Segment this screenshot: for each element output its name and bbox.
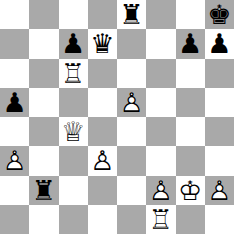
square-b5[interactable] [29, 88, 58, 117]
square-h3[interactable] [205, 146, 234, 175]
chess-board: ♜♚♟♛♟♟♜♖♟♟♙♛♕♟♙♟♙♜♟♙♚♔♟♙♜♖ [0, 0, 234, 234]
square-g1[interactable] [176, 205, 205, 234]
square-a7[interactable] [0, 29, 29, 58]
square-h8[interactable]: ♚ [205, 0, 234, 29]
square-d7[interactable]: ♛ [88, 29, 117, 58]
white-pawn-fill: ♟ [0, 146, 29, 175]
square-e5[interactable]: ♟♙ [117, 88, 146, 117]
square-e4[interactable] [117, 117, 146, 146]
square-h4[interactable] [205, 117, 234, 146]
white-queen: ♕ [59, 117, 88, 146]
square-d5[interactable] [88, 88, 117, 117]
square-g2[interactable]: ♚♔ [176, 176, 205, 205]
white-rook-fill: ♜ [59, 59, 88, 88]
black-rook: ♜ [29, 176, 58, 205]
square-f7[interactable] [146, 29, 175, 58]
square-h2[interactable]: ♟♙ [205, 176, 234, 205]
square-f1[interactable]: ♜♖ [146, 205, 175, 234]
square-b7[interactable] [29, 29, 58, 58]
white-pawn: ♙ [0, 146, 29, 175]
black-rook: ♜ [117, 0, 146, 29]
square-f6[interactable] [146, 59, 175, 88]
square-e2[interactable] [117, 176, 146, 205]
white-pawn-fill: ♟ [88, 146, 117, 175]
square-d8[interactable] [88, 0, 117, 29]
square-f2[interactable]: ♟♙ [146, 176, 175, 205]
square-e6[interactable] [117, 59, 146, 88]
white-pawn-fill: ♟ [146, 176, 175, 205]
white-pawn-fill: ♟ [117, 88, 146, 117]
white-rook: ♖ [59, 59, 88, 88]
square-a5[interactable]: ♟ [0, 88, 29, 117]
square-g6[interactable] [176, 59, 205, 88]
square-a2[interactable] [0, 176, 29, 205]
square-c3[interactable] [59, 146, 88, 175]
square-c2[interactable] [59, 176, 88, 205]
square-h7[interactable]: ♟ [205, 29, 234, 58]
square-h1[interactable] [205, 205, 234, 234]
square-e1[interactable] [117, 205, 146, 234]
white-rook-fill: ♜ [146, 205, 175, 234]
square-f4[interactable] [146, 117, 175, 146]
square-e7[interactable] [117, 29, 146, 58]
square-c1[interactable] [59, 205, 88, 234]
square-g5[interactable] [176, 88, 205, 117]
square-d2[interactable] [88, 176, 117, 205]
square-f8[interactable] [146, 0, 175, 29]
square-b3[interactable] [29, 146, 58, 175]
square-c6[interactable]: ♜♖ [59, 59, 88, 88]
square-g4[interactable] [176, 117, 205, 146]
square-e8[interactable]: ♜ [117, 0, 146, 29]
square-c7[interactable]: ♟ [59, 29, 88, 58]
white-pawn: ♙ [146, 176, 175, 205]
black-pawn: ♟ [205, 29, 234, 58]
square-f5[interactable] [146, 88, 175, 117]
square-a8[interactable] [0, 0, 29, 29]
square-b6[interactable] [29, 59, 58, 88]
square-c5[interactable] [59, 88, 88, 117]
white-pawn: ♙ [205, 176, 234, 205]
white-rook: ♖ [146, 205, 175, 234]
square-b8[interactable] [29, 0, 58, 29]
black-queen: ♛ [88, 29, 117, 58]
square-e3[interactable] [117, 146, 146, 175]
square-a3[interactable]: ♟♙ [0, 146, 29, 175]
white-king: ♔ [176, 176, 205, 205]
square-b1[interactable] [29, 205, 58, 234]
square-g3[interactable] [176, 146, 205, 175]
square-b4[interactable] [29, 117, 58, 146]
white-pawn: ♙ [88, 146, 117, 175]
black-pawn: ♟ [176, 29, 205, 58]
square-c4[interactable]: ♛♕ [59, 117, 88, 146]
black-king: ♚ [205, 0, 234, 29]
square-d6[interactable] [88, 59, 117, 88]
white-king-fill: ♚ [176, 176, 205, 205]
square-f3[interactable] [146, 146, 175, 175]
square-b2[interactable]: ♜ [29, 176, 58, 205]
white-pawn: ♙ [117, 88, 146, 117]
square-a1[interactable] [0, 205, 29, 234]
square-g7[interactable]: ♟ [176, 29, 205, 58]
square-d1[interactable] [88, 205, 117, 234]
black-pawn: ♟ [59, 29, 88, 58]
square-c8[interactable] [59, 0, 88, 29]
square-d3[interactable]: ♟♙ [88, 146, 117, 175]
white-pawn-fill: ♟ [205, 176, 234, 205]
square-d4[interactable] [88, 117, 117, 146]
white-queen-fill: ♛ [59, 117, 88, 146]
square-g8[interactable] [176, 0, 205, 29]
square-h6[interactable] [205, 59, 234, 88]
square-a4[interactable] [0, 117, 29, 146]
square-a6[interactable] [0, 59, 29, 88]
square-h5[interactable] [205, 88, 234, 117]
black-pawn: ♟ [0, 88, 29, 117]
